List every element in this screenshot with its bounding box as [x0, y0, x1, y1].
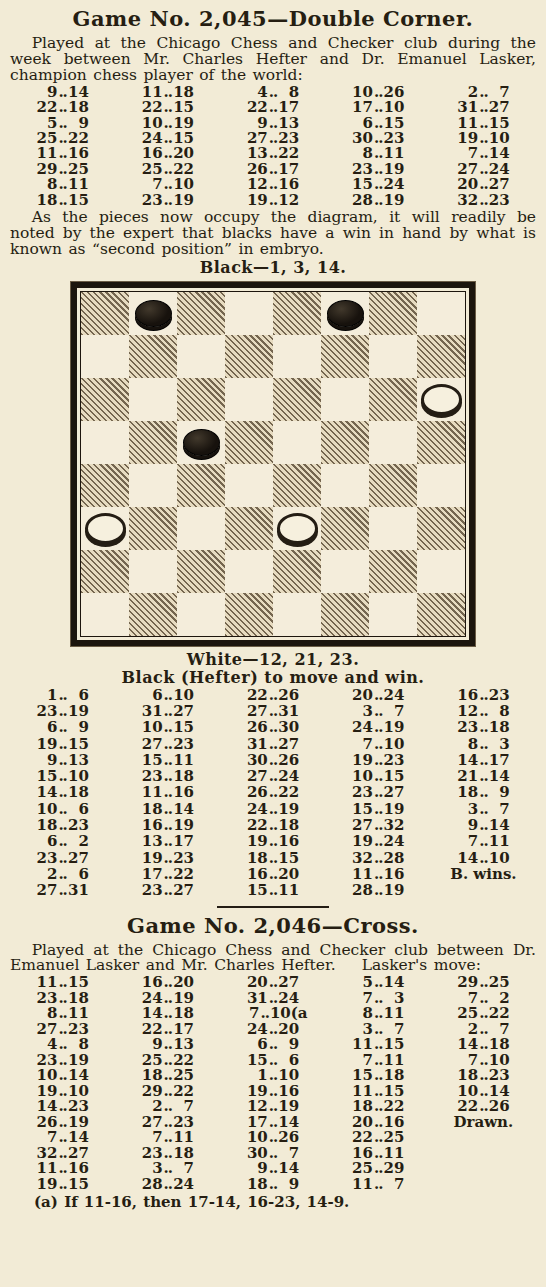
- move-number: ..: [268, 736, 278, 752]
- move-cell: 11..16: [115, 784, 220, 800]
- move-cell: 14..10: [431, 850, 536, 866]
- move-number: ..: [57, 736, 67, 752]
- black-man: [135, 300, 172, 327]
- move-number: 7: [352, 736, 373, 752]
- board-square-23: [273, 507, 321, 550]
- move-column: 16..2312..823..188..314..1721..1418..93.…: [431, 687, 536, 899]
- move-number: 15: [278, 850, 299, 866]
- move-number: ..: [268, 801, 278, 817]
- move-number: 15: [68, 736, 89, 752]
- move-number: 15: [68, 193, 89, 208]
- board-square-7: [273, 335, 321, 378]
- board-square-dark: [417, 421, 465, 464]
- move-number: ..: [478, 768, 488, 784]
- move-number: 18: [457, 784, 478, 800]
- move-number: 13: [68, 752, 89, 768]
- move-number: 28: [352, 193, 373, 208]
- move-number: ..: [268, 866, 278, 882]
- move-cell: 27..31: [10, 882, 115, 898]
- move-cell: 1..6: [10, 687, 115, 703]
- move-number: 16: [278, 833, 299, 849]
- move-number: 14: [457, 752, 478, 768]
- move-number: 31: [278, 703, 299, 719]
- move-number: 10: [142, 719, 163, 735]
- move-number: ..: [478, 850, 488, 866]
- move-number: 27: [247, 768, 268, 784]
- move-number: 2: [36, 866, 57, 882]
- board-square-dark: [369, 292, 417, 335]
- move-number: 24: [278, 768, 299, 784]
- move-number: ..: [57, 768, 67, 784]
- move-cell: 19..12: [220, 193, 325, 208]
- move-number: 9: [457, 817, 478, 833]
- board-square-13: [81, 421, 129, 464]
- move-number: ..: [163, 866, 173, 882]
- move-number: 26: [278, 687, 299, 703]
- move-number: ..: [163, 833, 173, 849]
- move-cell: 23..19: [115, 193, 220, 208]
- result-label: B. wins.: [450, 866, 516, 882]
- move-cell: 16..20: [220, 866, 325, 882]
- board-square-dark: [129, 593, 177, 636]
- board-square-28: [417, 550, 465, 593]
- move-cell: 28..24: [115, 1177, 220, 1193]
- move-cell: 26..30: [220, 719, 325, 735]
- move-number: 18: [247, 850, 268, 866]
- board-square-dark: [369, 464, 417, 507]
- move-number: 30: [278, 719, 299, 735]
- move-cell: 32..23: [431, 193, 536, 208]
- board-square-dark: [417, 507, 465, 550]
- move-number: 14: [173, 801, 194, 817]
- move-number: ..: [163, 801, 173, 817]
- board-square-21: [81, 507, 129, 550]
- move-cell: 18..9: [220, 1177, 325, 1193]
- move-column: 11..1523..188..1127..234..823..1910..141…: [10, 975, 115, 1192]
- board-square-dark: [225, 421, 273, 464]
- move-number: ..: [478, 833, 488, 849]
- move-number: 32: [352, 850, 373, 866]
- move-number: ..: [478, 736, 488, 752]
- move-number: ..: [268, 882, 278, 898]
- move-number: ..: [163, 817, 173, 833]
- move-number: ..: [478, 687, 488, 703]
- move-number: ..: [57, 850, 67, 866]
- move-number: ..: [163, 193, 173, 208]
- move-number: ..: [478, 784, 488, 800]
- board-square-30: [177, 593, 225, 636]
- move-number: 11: [352, 866, 373, 882]
- move-number: 6: [68, 687, 89, 703]
- move-number: ..: [373, 784, 383, 800]
- game2-title: Game No. 2,046—Cross.: [10, 914, 536, 938]
- move-number: 26: [247, 719, 268, 735]
- move-number: ..: [373, 703, 383, 719]
- move-number: 31: [68, 882, 89, 898]
- board-square-29: [81, 593, 129, 636]
- move-number: ..: [373, 1177, 383, 1193]
- move-number: 23: [383, 752, 404, 768]
- move-cell: 27..31: [220, 703, 325, 719]
- move-number: 27: [383, 784, 404, 800]
- move-number: 23: [142, 768, 163, 784]
- move-number: 3: [489, 736, 510, 752]
- move-cell: 8..3: [431, 736, 536, 752]
- board-square-dark: [81, 550, 129, 593]
- move-cell: 16..23: [431, 687, 536, 703]
- move-number: 27: [247, 703, 268, 719]
- move-number: ..: [163, 703, 173, 719]
- game1-opening-move-table: 9..1422..185..925..2211..1629..258..1118…: [10, 85, 536, 208]
- move-cell: 31..27: [220, 736, 325, 752]
- diagram-white-caption: White—12, 21, 23.: [10, 651, 536, 668]
- move-number: ..: [163, 768, 173, 784]
- move-number: ..: [478, 703, 488, 719]
- move-cell: 23..27: [326, 784, 431, 800]
- move-number: 15: [352, 801, 373, 817]
- move-cell: 32..28: [326, 850, 431, 866]
- move-number: 7: [457, 833, 478, 849]
- move-cell: 19..15: [10, 1177, 115, 1193]
- move-number: 19: [142, 850, 163, 866]
- move-cell: 23..18: [115, 768, 220, 784]
- move-number: 17: [489, 752, 510, 768]
- move-number: 23: [352, 784, 373, 800]
- move-number: ..: [163, 736, 173, 752]
- move-number: 19: [352, 833, 373, 849]
- move-number: ..: [478, 719, 488, 735]
- move-number: 6: [68, 801, 89, 817]
- move-number: ..: [478, 193, 488, 208]
- move-column: 10..2617..106..1530..238..1123..1915..24…: [326, 85, 431, 208]
- move-cell: 18..15: [10, 193, 115, 208]
- move-number: ..: [57, 817, 67, 833]
- move-number: 21: [457, 768, 478, 784]
- board-square-dark: [177, 464, 225, 507]
- move-cell: 10..15: [115, 719, 220, 735]
- move-number: 19: [36, 1177, 57, 1193]
- move-number: 19: [352, 752, 373, 768]
- move-number: 6: [142, 687, 163, 703]
- move-cell: 18..9: [431, 784, 536, 800]
- move-number: ..: [268, 850, 278, 866]
- move-number: 20: [278, 866, 299, 882]
- move-number: ..: [373, 866, 383, 882]
- move-number: 1: [36, 687, 57, 703]
- move-number: 10: [383, 736, 404, 752]
- move-number: ..: [57, 833, 67, 849]
- move-number: 8: [457, 736, 478, 752]
- move-cell: 28..19: [326, 882, 431, 898]
- move-number: ..: [268, 1177, 278, 1193]
- black-man: [327, 300, 364, 327]
- move-number: 23: [173, 850, 194, 866]
- move-number: 11: [489, 833, 510, 849]
- move-number: ..: [57, 752, 67, 768]
- move-cell: 7..10: [326, 736, 431, 752]
- move-number: 19: [173, 193, 194, 208]
- board-square-22: [177, 507, 225, 550]
- newsprint-column: Game No. 2,045—Double Corner. Played at …: [0, 0, 546, 1210]
- move-number: ..: [268, 784, 278, 800]
- board-square-16: [369, 421, 417, 464]
- move-number: ..: [163, 850, 173, 866]
- board-square-14: [177, 421, 225, 464]
- move-number: 11: [352, 1177, 373, 1193]
- move-cell: 22..18: [220, 817, 325, 833]
- move-cell: 21..14: [431, 768, 536, 784]
- board-square-2: [225, 292, 273, 335]
- board-square-dark: [273, 464, 321, 507]
- move-cell: 18..23: [10, 817, 115, 833]
- move-number: 27: [68, 850, 89, 866]
- move-number: 27: [278, 736, 299, 752]
- move-number: 15: [383, 768, 404, 784]
- move-cell: 13..17: [115, 833, 220, 849]
- move-number: ..: [373, 882, 383, 898]
- move-number: ..: [57, 193, 67, 208]
- move-number: 9: [36, 752, 57, 768]
- move-cell: 19..23: [115, 850, 220, 866]
- move-cell: 26..22: [220, 784, 325, 800]
- move-number: 23: [489, 193, 510, 208]
- board-square-dark: [129, 335, 177, 378]
- move-number: 18: [68, 784, 89, 800]
- result-cell: Drawn.: [431, 1115, 536, 1131]
- board-square-27: [321, 550, 369, 593]
- move-number: ..: [373, 817, 383, 833]
- white-man: [277, 513, 318, 544]
- move-number: 23: [489, 687, 510, 703]
- move-number: 2: [68, 833, 89, 849]
- board-square-dark: [417, 593, 465, 636]
- move-number: 28: [352, 882, 373, 898]
- move-cell: 31..27: [115, 703, 220, 719]
- move-number: 19: [173, 817, 194, 833]
- game2-move-label: Lasker's move:: [362, 956, 481, 974]
- move-number: 10: [36, 801, 57, 817]
- move-number: ..: [57, 1177, 67, 1193]
- move-number: 11: [142, 784, 163, 800]
- move-number: 6: [68, 866, 89, 882]
- board-square-dark: [273, 292, 321, 335]
- board-square-4: [417, 292, 465, 335]
- move-number: 3: [352, 703, 373, 719]
- move-number: 28: [142, 1177, 163, 1193]
- game2-footnote: (a) If 11-16, then 17-14, 16-23, 14-9.: [10, 1194, 536, 1210]
- move-number: 23: [142, 882, 163, 898]
- board-square-dark: [369, 550, 417, 593]
- move-number: 18: [278, 817, 299, 833]
- move-number: 14: [489, 817, 510, 833]
- move-number: 31: [247, 736, 268, 752]
- move-cell: 12..8: [431, 703, 536, 719]
- move-cell: 30..26: [220, 752, 325, 768]
- move-number: 7: [489, 801, 510, 817]
- move-number: 27: [173, 882, 194, 898]
- move-number: 23: [142, 193, 163, 208]
- move-column: 22..2627..3126..3031..2730..2627..2426..…: [220, 687, 325, 899]
- move-column: 11..1822..1510..1924..1516..2025..227..1…: [115, 85, 220, 208]
- move-number: 32: [457, 193, 478, 208]
- move-number: 23: [68, 817, 89, 833]
- move-number: 15: [247, 882, 268, 898]
- board-square-dark: [81, 292, 129, 335]
- board-square-dark: [321, 421, 369, 464]
- move-number: ..: [163, 1177, 173, 1193]
- move-cell: 2..6: [10, 866, 115, 882]
- move-number: ..: [268, 703, 278, 719]
- move-number: 22: [173, 866, 194, 882]
- board-square-dark: [321, 507, 369, 550]
- move-column: 4..822..179..1327..2313..2226..1712..161…: [220, 85, 325, 208]
- move-number: ..: [268, 719, 278, 735]
- move-number: 19: [278, 801, 299, 817]
- move-number: 27: [142, 736, 163, 752]
- board-square-8: [369, 335, 417, 378]
- move-number: 18: [142, 801, 163, 817]
- move-cell: 19..23: [326, 752, 431, 768]
- move-number: 10: [173, 687, 194, 703]
- move-cell: 18..15: [220, 850, 325, 866]
- move-number: 15: [68, 1177, 89, 1193]
- move-number: ..: [163, 687, 173, 703]
- move-number: 12: [278, 193, 299, 208]
- move-cell: 7..11: [431, 833, 536, 849]
- move-number: 19: [36, 736, 57, 752]
- move-number: 22: [278, 784, 299, 800]
- move-number: 20: [352, 687, 373, 703]
- move-number: 17: [173, 833, 194, 849]
- move-number: 11: [278, 882, 299, 898]
- board-square-dark: [177, 292, 225, 335]
- move-number: ..: [373, 736, 383, 752]
- move-column: 20..2731..247..10(a24..206..915..61..101…: [220, 975, 325, 1192]
- board-square-26: [225, 550, 273, 593]
- move-number: 9: [68, 719, 89, 735]
- move-number: 11: [173, 752, 194, 768]
- move-number: ..: [373, 768, 383, 784]
- move-number: 15: [173, 719, 194, 735]
- move-cell: 15..11: [115, 752, 220, 768]
- move-cell: 3..7: [326, 703, 431, 719]
- board-square-17: [129, 464, 177, 507]
- move-number: 10: [352, 768, 373, 784]
- game1-intro: Played at the Chicago Chess and Checker …: [10, 36, 536, 84]
- board-square-18: [225, 464, 273, 507]
- move-number: ..: [268, 833, 278, 849]
- black-man: [183, 429, 220, 456]
- move-number: 16: [457, 687, 478, 703]
- move-number: ..: [57, 801, 67, 817]
- move-number: ..: [373, 801, 383, 817]
- board-square-dark: [273, 378, 321, 421]
- move-number: ..: [268, 687, 278, 703]
- move-number: 9: [489, 784, 510, 800]
- move-number: ..: [268, 193, 278, 208]
- move-number: 16: [247, 866, 268, 882]
- move-number: ..: [373, 193, 383, 208]
- move-number: 16: [383, 866, 404, 882]
- move-cell: 14..17: [431, 752, 536, 768]
- board-square-dark: [273, 550, 321, 593]
- board-square-24: [369, 507, 417, 550]
- move-number: 19: [383, 882, 404, 898]
- board-square-5: [81, 335, 129, 378]
- checkers-board-frame: [71, 282, 475, 646]
- move-number: 9: [278, 1177, 299, 1193]
- move-number: 22: [247, 817, 268, 833]
- move-number: 14: [489, 768, 510, 784]
- move-number: ..: [163, 719, 173, 735]
- move-number: 10: [68, 768, 89, 784]
- move-cell: 18..14: [115, 801, 220, 817]
- checkers-board: [80, 291, 466, 637]
- move-number: ..: [57, 866, 67, 882]
- move-cell: 10..15: [326, 768, 431, 784]
- move-number: 14: [36, 784, 57, 800]
- move-number: ..: [478, 801, 488, 817]
- board-square-dark: [225, 593, 273, 636]
- move-cell: 27..23: [115, 736, 220, 752]
- move-number: ..: [478, 817, 488, 833]
- move-number: ..: [57, 703, 67, 719]
- board-square-dark: [369, 378, 417, 421]
- move-number: 22: [247, 687, 268, 703]
- move-number: 19: [383, 801, 404, 817]
- move-number: ..: [163, 752, 173, 768]
- move-cell: 17..22: [115, 866, 220, 882]
- move-number: ..: [373, 719, 383, 735]
- move-number: 12: [457, 703, 478, 719]
- result-label: Drawn.: [454, 1115, 514, 1131]
- move-number: 28: [383, 850, 404, 866]
- move-number: 27: [36, 882, 57, 898]
- move-number: 16: [173, 784, 194, 800]
- white-man: [421, 384, 462, 415]
- game1-title: Game No. 2,045—Double Corner.: [10, 7, 536, 31]
- move-number: ..: [373, 752, 383, 768]
- board-square-11: [321, 378, 369, 421]
- move-number: 7: [383, 703, 404, 719]
- move-number: ..: [268, 817, 278, 833]
- move-number: ..: [268, 752, 278, 768]
- game2-intro: Played at the Chicago Chess and Checker …: [10, 943, 536, 975]
- move-cell: 19..24: [326, 833, 431, 849]
- move-number: ..: [373, 833, 383, 849]
- move-column: 6..1031..2710..1527..2315..1123..1811..1…: [115, 687, 220, 899]
- move-cell: 20..24: [326, 687, 431, 703]
- move-cell: 23..27: [115, 882, 220, 898]
- move-number: 23: [457, 719, 478, 735]
- move-cell: 14..18: [10, 784, 115, 800]
- move-number: 27: [173, 703, 194, 719]
- move-number: 19: [383, 193, 404, 208]
- move-number: 13: [142, 833, 163, 849]
- move-number: 24: [173, 1177, 194, 1193]
- board-square-25: [129, 550, 177, 593]
- move-number: 18: [247, 1177, 268, 1193]
- board-square-10: [225, 378, 273, 421]
- move-number: ..: [478, 752, 488, 768]
- move-cell: 6..10: [115, 687, 220, 703]
- section-divider: [217, 906, 329, 908]
- board-square-19: [321, 464, 369, 507]
- move-number: ..: [163, 784, 173, 800]
- move-cell: 6..2: [10, 833, 115, 849]
- move-cell: 15..19: [326, 801, 431, 817]
- game1-solution-move-table: 1..623..196..919..159..1315..1014..1810.…: [10, 687, 536, 899]
